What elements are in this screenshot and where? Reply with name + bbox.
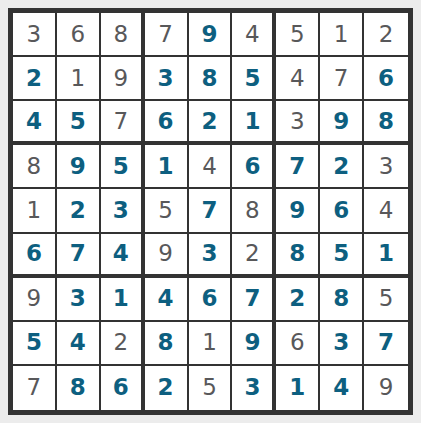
cell-r3c8[interactable]: 9 xyxy=(320,101,364,145)
cell-r7c7[interactable]: 2 xyxy=(276,278,320,322)
cell-r7c6[interactable]: 7 xyxy=(232,278,276,322)
cell-r7c2[interactable]: 3 xyxy=(57,278,101,322)
cell-r9c6[interactable]: 3 xyxy=(232,366,276,410)
cell-r5c7[interactable]: 9 xyxy=(276,189,320,233)
cell-r6c6[interactable]: 2 xyxy=(232,234,276,278)
cell-r9c2[interactable]: 8 xyxy=(57,366,101,410)
cell-r5c2[interactable]: 2 xyxy=(57,189,101,233)
cell-r2c8[interactable]: 7 xyxy=(320,57,364,101)
cell-r9c1[interactable]: 7 xyxy=(13,366,57,410)
cell-r4c8[interactable]: 2 xyxy=(320,145,364,189)
cell-r9c7[interactable]: 1 xyxy=(276,366,320,410)
cell-r6c4[interactable]: 9 xyxy=(145,234,189,278)
cell-r5c4[interactable]: 5 xyxy=(145,189,189,233)
cell-r9c4[interactable]: 2 xyxy=(145,366,189,410)
cell-r8c4[interactable]: 8 xyxy=(145,322,189,366)
cell-r8c3[interactable]: 2 xyxy=(101,322,145,366)
cell-r6c5[interactable]: 3 xyxy=(189,234,233,278)
cell-r8c2[interactable]: 4 xyxy=(57,322,101,366)
cell-r6c9[interactable]: 1 xyxy=(364,234,408,278)
cell-r4c7[interactable]: 7 xyxy=(276,145,320,189)
cell-r5c5[interactable]: 7 xyxy=(189,189,233,233)
cell-r7c9[interactable]: 5 xyxy=(364,278,408,322)
cell-r1c6[interactable]: 4 xyxy=(232,13,276,57)
cell-r8c5[interactable]: 1 xyxy=(189,322,233,366)
cell-r3c7[interactable]: 3 xyxy=(276,101,320,145)
cell-r1c8[interactable]: 1 xyxy=(320,13,364,57)
cell-r1c3[interactable]: 8 xyxy=(101,13,145,57)
cell-r4c1[interactable]: 8 xyxy=(13,145,57,189)
cell-r2c1[interactable]: 2 xyxy=(13,57,57,101)
cell-r2c9[interactable]: 6 xyxy=(364,57,408,101)
cell-r1c5[interactable]: 9 xyxy=(189,13,233,57)
cell-r4c9[interactable]: 3 xyxy=(364,145,408,189)
cell-r6c8[interactable]: 5 xyxy=(320,234,364,278)
cell-r8c8[interactable]: 3 xyxy=(320,322,364,366)
cell-r5c3[interactable]: 3 xyxy=(101,189,145,233)
cell-r9c5[interactable]: 5 xyxy=(189,366,233,410)
cell-r1c1[interactable]: 3 xyxy=(13,13,57,57)
cell-r8c1[interactable]: 5 xyxy=(13,322,57,366)
cell-r4c3[interactable]: 5 xyxy=(101,145,145,189)
cell-r6c2[interactable]: 7 xyxy=(57,234,101,278)
cell-r3c4[interactable]: 6 xyxy=(145,101,189,145)
cell-r2c3[interactable]: 9 xyxy=(101,57,145,101)
cell-r6c3[interactable]: 4 xyxy=(101,234,145,278)
cell-r3c1[interactable]: 4 xyxy=(13,101,57,145)
cell-r8c9[interactable]: 7 xyxy=(364,322,408,366)
cell-r8c7[interactable]: 6 xyxy=(276,322,320,366)
cell-r7c3[interactable]: 1 xyxy=(101,278,145,322)
cell-r2c5[interactable]: 8 xyxy=(189,57,233,101)
cell-r4c2[interactable]: 9 xyxy=(57,145,101,189)
cell-r9c8[interactable]: 4 xyxy=(320,366,364,410)
cell-r7c5[interactable]: 6 xyxy=(189,278,233,322)
cell-r3c2[interactable]: 5 xyxy=(57,101,101,145)
cell-r3c6[interactable]: 1 xyxy=(232,101,276,145)
cell-r5c9[interactable]: 4 xyxy=(364,189,408,233)
cell-r8c6[interactable]: 9 xyxy=(232,322,276,366)
cell-r2c6[interactable]: 5 xyxy=(232,57,276,101)
cell-r9c9[interactable]: 9 xyxy=(364,366,408,410)
cell-r9c3[interactable]: 6 xyxy=(101,366,145,410)
cell-r5c1[interactable]: 1 xyxy=(13,189,57,233)
cell-r1c7[interactable]: 5 xyxy=(276,13,320,57)
cell-r2c7[interactable]: 4 xyxy=(276,57,320,101)
cell-r2c2[interactable]: 1 xyxy=(57,57,101,101)
cell-r5c6[interactable]: 8 xyxy=(232,189,276,233)
cell-r6c1[interactable]: 6 xyxy=(13,234,57,278)
cell-r6c7[interactable]: 8 xyxy=(276,234,320,278)
cell-r7c1[interactable]: 9 xyxy=(13,278,57,322)
cell-r5c8[interactable]: 6 xyxy=(320,189,364,233)
cell-r3c5[interactable]: 2 xyxy=(189,101,233,145)
cell-r1c4[interactable]: 7 xyxy=(145,13,189,57)
sudoku-board: 3687945122193854764576213988951467231235… xyxy=(8,8,413,415)
cell-r7c4[interactable]: 4 xyxy=(145,278,189,322)
cell-r1c9[interactable]: 2 xyxy=(364,13,408,57)
cell-r7c8[interactable]: 8 xyxy=(320,278,364,322)
cell-r3c9[interactable]: 8 xyxy=(364,101,408,145)
cell-r2c4[interactable]: 3 xyxy=(145,57,189,101)
cell-r4c4[interactable]: 1 xyxy=(145,145,189,189)
cell-r4c5[interactable]: 4 xyxy=(189,145,233,189)
cell-r3c3[interactable]: 7 xyxy=(101,101,145,145)
cell-r4c6[interactable]: 6 xyxy=(232,145,276,189)
cell-r1c2[interactable]: 6 xyxy=(57,13,101,57)
